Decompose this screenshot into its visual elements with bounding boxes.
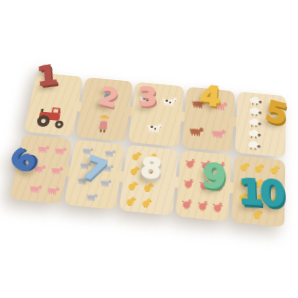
- sheep-icon: [247, 117, 261, 129]
- number-piece-10[interactable]: 10: [238, 173, 283, 210]
- hen-icon: [212, 201, 224, 214]
- puzzle-tile-5[interactable]: 5: [235, 92, 286, 158]
- number-piece-5[interactable]: 5: [263, 97, 290, 130]
- pig-icon: [49, 163, 64, 175]
- hen-icon: [196, 199, 209, 212]
- tractor-icon: [33, 103, 71, 130]
- puzzle-tile-2[interactable]: 2: [76, 77, 133, 141]
- chick-icon: [141, 197, 153, 209]
- pig-icon: [27, 182, 43, 195]
- pig-icon: [35, 142, 50, 154]
- cow-icon: [146, 120, 164, 135]
- goat-icon: [85, 191, 99, 203]
- chick-icon: [125, 195, 137, 207]
- pig-icon: [45, 184, 61, 197]
- puzzle-tile-4[interactable]: 4: [181, 87, 234, 152]
- sheep-icon: [246, 140, 261, 152]
- horse-icon: [210, 127, 227, 141]
- cow-icon: [160, 94, 178, 108]
- farmer-icon: [95, 112, 113, 134]
- number-piece-3[interactable]: 3: [138, 85, 157, 110]
- number-piece-8[interactable]: 8: [139, 153, 163, 184]
- puzzle-tile-6[interactable]: 6: [9, 134, 72, 204]
- duckling-icon: [239, 160, 250, 171]
- puzzle-tile-3[interactable]: 3: [128, 82, 183, 147]
- horse-icon: [188, 125, 205, 139]
- sheep-icon: [248, 106, 262, 117]
- puzzle-tile-9[interactable]: 9: [175, 150, 231, 222]
- pig-icon: [53, 144, 68, 156]
- number-piece-9[interactable]: 9: [200, 157, 228, 193]
- number-piece-4[interactable]: 4: [198, 82, 221, 111]
- hen-icon: [182, 177, 194, 189]
- sheep-icon: [247, 128, 262, 140]
- product-photo-canvas: 1 2 3 4 5 6 7 8: [0, 0, 298, 298]
- sheep-icon: [248, 95, 262, 106]
- puzzle-tile-1[interactable]: 1: [24, 72, 83, 136]
- puzzle-tile-7[interactable]: 7: [64, 139, 125, 210]
- puzzle-tile-10[interactable]: 10: [231, 155, 285, 228]
- puzzle-board: 1 2 3 4 5 6 7 8: [9, 72, 286, 227]
- puzzle-tile-8[interactable]: 8: [119, 144, 178, 215]
- hen-icon: [180, 197, 193, 210]
- chick-icon: [127, 180, 139, 191]
- number-piece-1[interactable]: 1: [36, 61, 59, 90]
- hen-icon: [184, 157, 196, 169]
